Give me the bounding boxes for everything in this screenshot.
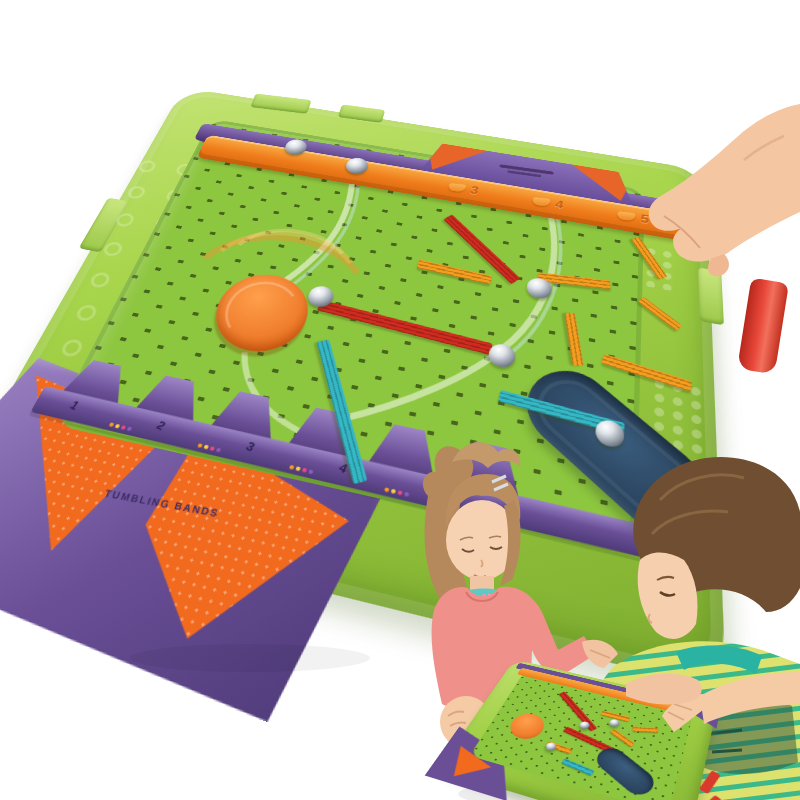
main-game-board: TUMBLING BANDS 345 12345 — [0, 88, 726, 692]
steel-ball — [608, 718, 620, 727]
orange-stick — [564, 313, 583, 366]
orange-stick — [633, 726, 659, 733]
hand-shading — [744, 136, 784, 160]
table-leg — [737, 278, 789, 375]
orange-stick — [417, 259, 492, 284]
teal-stick — [317, 339, 368, 484]
steel-ball — [283, 138, 310, 156]
scene: TUMBLING BANDS 345 12345 — [0, 0, 800, 800]
red-stick — [559, 691, 598, 731]
teal-stick — [561, 758, 594, 776]
orange-stick — [610, 728, 636, 747]
mini-game-board — [438, 659, 717, 800]
steel-ball — [487, 342, 516, 369]
red-stick — [317, 300, 493, 356]
frame-tab — [698, 267, 724, 325]
mini-red-wedge — [697, 795, 724, 800]
steel-ball — [344, 156, 370, 175]
